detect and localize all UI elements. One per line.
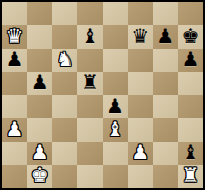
square-d8[interactable] bbox=[77, 2, 102, 25]
white-knight-icon: ♞ bbox=[56, 49, 74, 69]
square-g6[interactable] bbox=[153, 49, 178, 72]
square-a7[interactable]: ♛ bbox=[2, 25, 27, 48]
square-h1[interactable]: ♜ bbox=[178, 165, 203, 188]
square-d1[interactable] bbox=[77, 165, 102, 188]
square-b8[interactable] bbox=[27, 2, 52, 25]
square-h4[interactable] bbox=[178, 95, 203, 118]
black-rook-icon: ♜ bbox=[81, 72, 99, 92]
square-b6[interactable] bbox=[27, 49, 52, 72]
square-g3[interactable] bbox=[153, 118, 178, 141]
square-f3[interactable] bbox=[128, 118, 153, 141]
square-b2[interactable]: ♟ bbox=[27, 142, 52, 165]
square-g7[interactable]: ♟ bbox=[153, 25, 178, 48]
square-f1[interactable] bbox=[128, 165, 153, 188]
black-pawn-icon: ♟ bbox=[31, 72, 49, 92]
black-pawn-icon: ♟ bbox=[156, 26, 174, 46]
square-e5[interactable] bbox=[103, 72, 128, 95]
square-d3[interactable] bbox=[77, 118, 102, 141]
square-b4[interactable] bbox=[27, 95, 52, 118]
square-h6[interactable]: ♟ bbox=[178, 49, 203, 72]
white-pawn-icon: ♟ bbox=[6, 119, 24, 139]
square-a5[interactable] bbox=[2, 72, 27, 95]
black-pawn-icon: ♟ bbox=[6, 49, 24, 69]
square-e7[interactable] bbox=[103, 25, 128, 48]
square-g5[interactable] bbox=[153, 72, 178, 95]
square-g4[interactable] bbox=[153, 95, 178, 118]
white-queen-icon: ♛ bbox=[6, 26, 24, 46]
black-bishop-icon: ♝ bbox=[81, 26, 99, 46]
square-c8[interactable] bbox=[52, 2, 77, 25]
square-e4[interactable]: ♟ bbox=[103, 95, 128, 118]
black-queen-icon: ♛ bbox=[131, 26, 149, 46]
square-b7[interactable] bbox=[27, 25, 52, 48]
square-d5[interactable]: ♜ bbox=[77, 72, 102, 95]
square-g1[interactable] bbox=[153, 165, 178, 188]
black-king-icon: ♚ bbox=[181, 26, 199, 46]
square-a6[interactable]: ♟ bbox=[2, 49, 27, 72]
square-e1[interactable] bbox=[103, 165, 128, 188]
black-pawn-icon: ♟ bbox=[181, 49, 199, 69]
square-h5[interactable] bbox=[178, 72, 203, 95]
square-d2[interactable] bbox=[77, 142, 102, 165]
black-pawn-icon: ♟ bbox=[106, 96, 124, 116]
square-g8[interactable] bbox=[153, 2, 178, 25]
square-a8[interactable] bbox=[2, 2, 27, 25]
square-b3[interactable] bbox=[27, 118, 52, 141]
square-b5[interactable]: ♟ bbox=[27, 72, 52, 95]
square-c5[interactable] bbox=[52, 72, 77, 95]
square-c6[interactable]: ♞ bbox=[52, 49, 77, 72]
square-e3[interactable]: ♝ bbox=[103, 118, 128, 141]
square-e8[interactable] bbox=[103, 2, 128, 25]
square-g2[interactable] bbox=[153, 142, 178, 165]
square-a2[interactable] bbox=[2, 142, 27, 165]
square-f6[interactable] bbox=[128, 49, 153, 72]
square-c3[interactable] bbox=[52, 118, 77, 141]
square-e2[interactable] bbox=[103, 142, 128, 165]
chess-board: ♛♝♛♟♚♟♞♟♟♜♟♟♝♟♟♝♚♜ bbox=[0, 0, 205, 190]
white-bishop-icon: ♝ bbox=[106, 119, 124, 139]
square-f8[interactable] bbox=[128, 2, 153, 25]
square-c7[interactable] bbox=[52, 25, 77, 48]
white-king-icon: ♚ bbox=[31, 165, 49, 185]
white-pawn-icon: ♟ bbox=[131, 142, 149, 162]
square-a4[interactable] bbox=[2, 95, 27, 118]
square-a3[interactable]: ♟ bbox=[2, 118, 27, 141]
square-f7[interactable]: ♛ bbox=[128, 25, 153, 48]
black-bishop-icon: ♝ bbox=[181, 142, 199, 162]
square-h2[interactable]: ♝ bbox=[178, 142, 203, 165]
square-d6[interactable] bbox=[77, 49, 102, 72]
white-rook-icon: ♜ bbox=[181, 165, 199, 185]
square-a1[interactable] bbox=[2, 165, 27, 188]
square-b1[interactable]: ♚ bbox=[27, 165, 52, 188]
square-h3[interactable] bbox=[178, 118, 203, 141]
square-f2[interactable]: ♟ bbox=[128, 142, 153, 165]
square-f5[interactable] bbox=[128, 72, 153, 95]
square-d4[interactable] bbox=[77, 95, 102, 118]
square-d7[interactable]: ♝ bbox=[77, 25, 102, 48]
square-e6[interactable] bbox=[103, 49, 128, 72]
square-f4[interactable] bbox=[128, 95, 153, 118]
square-h7[interactable]: ♚ bbox=[178, 25, 203, 48]
square-c1[interactable] bbox=[52, 165, 77, 188]
white-pawn-icon: ♟ bbox=[31, 142, 49, 162]
square-h8[interactable] bbox=[178, 2, 203, 25]
square-c2[interactable] bbox=[52, 142, 77, 165]
square-c4[interactable] bbox=[52, 95, 77, 118]
